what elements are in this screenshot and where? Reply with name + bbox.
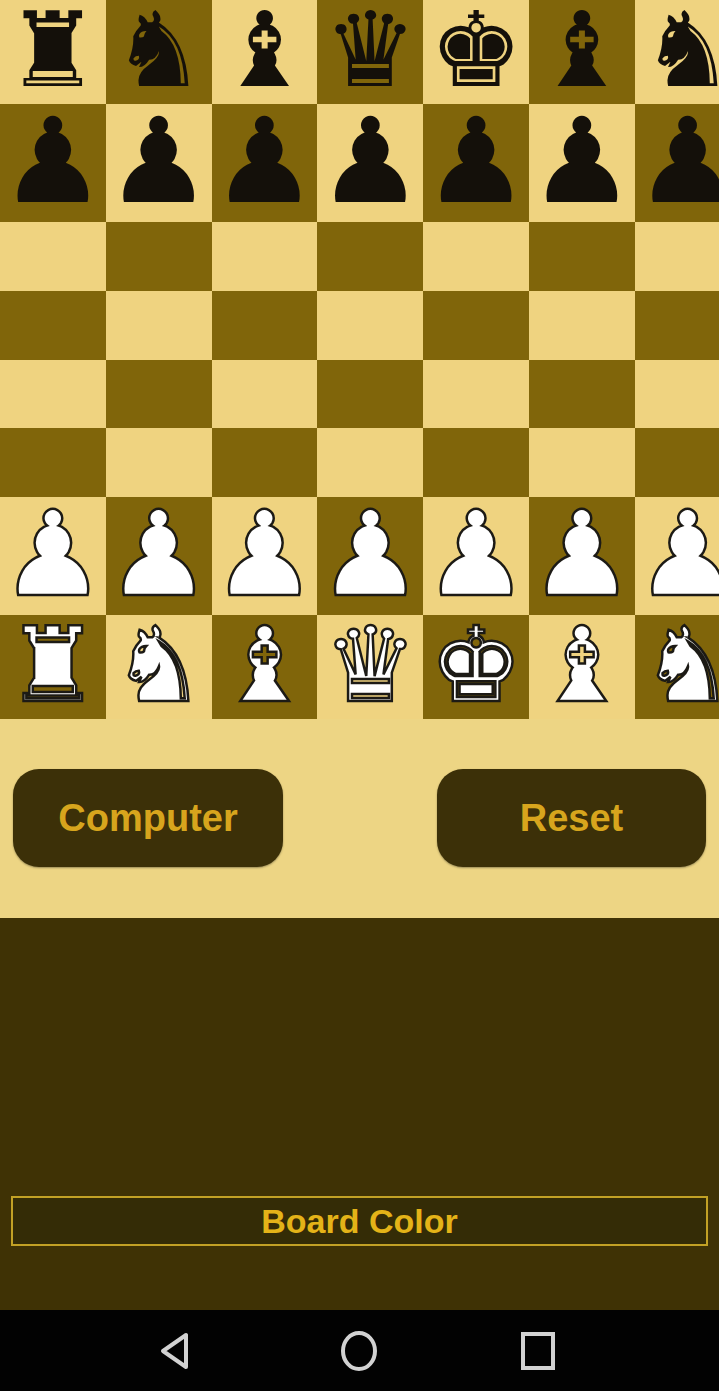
white-knight: ♞ <box>641 613 719 717</box>
square-b6[interactable] <box>106 222 212 291</box>
back-icon[interactable] <box>156 1329 200 1373</box>
square-e8[interactable]: ♚ <box>423 0 529 104</box>
black-pawn: ♟ <box>0 102 106 220</box>
computer-button[interactable]: Computer <box>13 769 283 867</box>
square-g7[interactable]: ♟ <box>635 104 719 222</box>
square-b7[interactable]: ♟ <box>106 104 212 222</box>
square-a2[interactable]: ♟ <box>0 497 106 615</box>
square-c5[interactable] <box>212 291 318 360</box>
square-f7[interactable]: ♟ <box>529 104 635 222</box>
bottom-panel: Board Color <box>0 918 719 1310</box>
white-pawn: ♟ <box>317 495 423 613</box>
white-bishop: ♝ <box>218 613 311 717</box>
square-g5[interactable] <box>635 291 719 360</box>
square-a8[interactable]: ♜ <box>0 0 106 104</box>
square-e4[interactable] <box>423 360 529 429</box>
recents-icon[interactable] <box>516 1329 560 1373</box>
white-king: ♚ <box>429 613 522 717</box>
square-b4[interactable] <box>106 360 212 429</box>
black-rook: ♜ <box>6 0 99 102</box>
black-pawn: ♟ <box>317 102 423 220</box>
black-knight: ♞ <box>112 0 205 102</box>
square-d6[interactable] <box>317 222 423 291</box>
square-f1[interactable]: ♝ <box>529 615 635 719</box>
board-color-button[interactable]: Board Color <box>11 1196 708 1246</box>
square-e1[interactable]: ♚ <box>423 615 529 719</box>
square-g2[interactable]: ♟ <box>635 497 719 615</box>
square-d4[interactable] <box>317 360 423 429</box>
square-b5[interactable] <box>106 291 212 360</box>
black-pawn: ♟ <box>635 102 719 220</box>
android-navbar <box>0 1310 719 1391</box>
white-pawn: ♟ <box>0 495 106 613</box>
square-d7[interactable]: ♟ <box>317 104 423 222</box>
square-c8[interactable]: ♝ <box>212 0 318 104</box>
black-pawn: ♟ <box>212 102 318 220</box>
black-pawn: ♟ <box>529 102 635 220</box>
square-c6[interactable] <box>212 222 318 291</box>
home-icon[interactable] <box>337 1329 381 1373</box>
square-g6[interactable] <box>635 222 719 291</box>
square-e7[interactable]: ♟ <box>423 104 529 222</box>
square-a1[interactable]: ♜ <box>0 615 106 719</box>
square-c2[interactable]: ♟ <box>212 497 318 615</box>
square-c7[interactable]: ♟ <box>212 104 318 222</box>
square-f4[interactable] <box>529 360 635 429</box>
white-pawn: ♟ <box>529 495 635 613</box>
white-rook: ♜ <box>6 613 99 717</box>
square-f6[interactable] <box>529 222 635 291</box>
square-e2[interactable]: ♟ <box>423 497 529 615</box>
square-a6[interactable] <box>0 222 106 291</box>
square-e5[interactable] <box>423 291 529 360</box>
square-c1[interactable]: ♝ <box>212 615 318 719</box>
reset-button[interactable]: Reset <box>437 769 706 867</box>
black-bishop: ♝ <box>218 0 311 102</box>
square-a4[interactable] <box>0 360 106 429</box>
white-pawn: ♟ <box>635 495 719 613</box>
black-pawn: ♟ <box>106 102 212 220</box>
white-pawn: ♟ <box>212 495 318 613</box>
square-b1[interactable]: ♞ <box>106 615 212 719</box>
square-a5[interactable] <box>0 291 106 360</box>
square-f8[interactable]: ♝ <box>529 0 635 104</box>
square-d2[interactable]: ♟ <box>317 497 423 615</box>
app-screen: ♜♞♝♛♚♝♞♜♟♟♟♟♟♟♟♟♟♟♟♟♟♟♟♟♜♞♝♛♚♝♞♜ Compute… <box>0 0 719 1391</box>
controls-area: Computer Reset <box>0 719 719 918</box>
black-queen: ♛ <box>324 0 417 102</box>
square-d5[interactable] <box>317 291 423 360</box>
black-bishop: ♝ <box>535 0 628 102</box>
white-knight: ♞ <box>112 613 205 717</box>
square-d1[interactable]: ♛ <box>317 615 423 719</box>
black-pawn: ♟ <box>423 102 529 220</box>
square-d8[interactable]: ♛ <box>317 0 423 104</box>
square-c4[interactable] <box>212 360 318 429</box>
chess-board[interactable]: ♜♞♝♛♚♝♞♜♟♟♟♟♟♟♟♟♟♟♟♟♟♟♟♟♜♞♝♛♚♝♞♜ <box>0 0 719 719</box>
square-g4[interactable] <box>635 360 719 429</box>
square-f2[interactable]: ♟ <box>529 497 635 615</box>
black-knight: ♞ <box>641 0 719 102</box>
black-king: ♚ <box>429 0 522 102</box>
square-f5[interactable] <box>529 291 635 360</box>
square-a7[interactable]: ♟ <box>0 104 106 222</box>
square-b2[interactable]: ♟ <box>106 497 212 615</box>
white-queen: ♛ <box>324 613 417 717</box>
square-e6[interactable] <box>423 222 529 291</box>
square-b8[interactable]: ♞ <box>106 0 212 104</box>
white-pawn: ♟ <box>423 495 529 613</box>
square-g1[interactable]: ♞ <box>635 615 719 719</box>
white-pawn: ♟ <box>106 495 212 613</box>
square-g8[interactable]: ♞ <box>635 0 719 104</box>
white-bishop: ♝ <box>535 613 628 717</box>
